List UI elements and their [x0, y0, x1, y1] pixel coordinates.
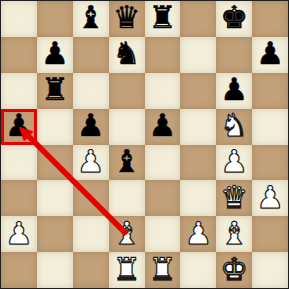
- square-b8[interactable]: [37, 1, 73, 37]
- square-e3[interactable]: [145, 180, 181, 216]
- square-e5[interactable]: ♟: [145, 109, 181, 145]
- square-b3[interactable]: [37, 180, 73, 216]
- square-c3[interactable]: [73, 180, 109, 216]
- square-e8[interactable]: ♜: [145, 1, 181, 37]
- square-g1[interactable]: ♚: [216, 252, 252, 288]
- square-b4[interactable]: [37, 145, 73, 181]
- piece-white-king[interactable]: ♚: [220, 254, 248, 285]
- square-g4[interactable]: ♟: [216, 145, 252, 181]
- square-a6[interactable]: [1, 73, 37, 109]
- square-f5[interactable]: [180, 109, 216, 145]
- chess-board: ♝♛♜♚♟♞♟♜♟♟♟♟♞♟♝♟♛♟♟♝♟♝♜♜♚: [1, 1, 288, 288]
- piece-white-pawn[interactable]: ♟: [256, 182, 284, 213]
- square-h1[interactable]: [252, 252, 288, 288]
- square-a5[interactable]: ♟: [1, 109, 37, 145]
- piece-black-pawn[interactable]: ♟: [220, 74, 248, 105]
- piece-black-pawn[interactable]: ♟: [256, 38, 284, 69]
- square-b2[interactable]: [37, 216, 73, 252]
- square-g5[interactable]: ♞: [216, 109, 252, 145]
- square-c6[interactable]: [73, 73, 109, 109]
- square-g3[interactable]: ♛: [216, 180, 252, 216]
- square-e7[interactable]: [145, 37, 181, 73]
- square-b6[interactable]: ♜: [37, 73, 73, 109]
- square-g8[interactable]: ♚: [216, 1, 252, 37]
- piece-black-queen[interactable]: ♛: [113, 2, 141, 33]
- piece-black-pawn[interactable]: ♟: [77, 110, 105, 141]
- piece-black-bishop[interactable]: ♝: [113, 146, 141, 177]
- square-e4[interactable]: [145, 145, 181, 181]
- square-c5[interactable]: ♟: [73, 109, 109, 145]
- piece-white-pawn[interactable]: ♟: [184, 218, 212, 249]
- square-a1[interactable]: [1, 252, 37, 288]
- square-c8[interactable]: ♝: [73, 1, 109, 37]
- piece-black-bishop[interactable]: ♝: [77, 2, 105, 33]
- square-d8[interactable]: ♛: [109, 1, 145, 37]
- square-h8[interactable]: [252, 1, 288, 37]
- square-c4[interactable]: ♟: [73, 145, 109, 181]
- square-f6[interactable]: [180, 73, 216, 109]
- square-a2[interactable]: ♟: [1, 216, 37, 252]
- square-b1[interactable]: [37, 252, 73, 288]
- piece-black-pawn[interactable]: ♟: [149, 110, 177, 141]
- square-h5[interactable]: [252, 109, 288, 145]
- piece-white-pawn[interactable]: ♟: [5, 218, 33, 249]
- square-h3[interactable]: ♟: [252, 180, 288, 216]
- piece-black-pawn[interactable]: ♟: [41, 38, 69, 69]
- square-f3[interactable]: [180, 180, 216, 216]
- piece-white-bishop[interactable]: ♝: [113, 218, 141, 249]
- piece-white-pawn[interactable]: ♟: [77, 146, 105, 177]
- square-h2[interactable]: [252, 216, 288, 252]
- square-f7[interactable]: [180, 37, 216, 73]
- square-d2[interactable]: ♝: [109, 216, 145, 252]
- square-e1[interactable]: ♜: [145, 252, 181, 288]
- square-f4[interactable]: [180, 145, 216, 181]
- square-g7[interactable]: [216, 37, 252, 73]
- square-d7[interactable]: ♞: [109, 37, 145, 73]
- square-f8[interactable]: [180, 1, 216, 37]
- piece-white-rook[interactable]: ♜: [113, 254, 141, 285]
- square-d1[interactable]: ♜: [109, 252, 145, 288]
- square-c7[interactable]: [73, 37, 109, 73]
- chess-board-frame: ♝♛♜♚♟♞♟♜♟♟♟♟♞♟♝♟♛♟♟♝♟♝♜♜♚: [0, 0, 289, 289]
- square-b5[interactable]: [37, 109, 73, 145]
- square-d6[interactable]: [109, 73, 145, 109]
- piece-black-king[interactable]: ♚: [220, 2, 248, 33]
- square-h4[interactable]: [252, 145, 288, 181]
- square-b7[interactable]: ♟: [37, 37, 73, 73]
- square-a4[interactable]: [1, 145, 37, 181]
- piece-white-bishop[interactable]: ♝: [220, 218, 248, 249]
- piece-black-rook[interactable]: ♜: [41, 74, 69, 105]
- square-a7[interactable]: [1, 37, 37, 73]
- square-a3[interactable]: [1, 180, 37, 216]
- piece-white-pawn[interactable]: ♟: [220, 146, 248, 177]
- square-a8[interactable]: [1, 1, 37, 37]
- square-d4[interactable]: ♝: [109, 145, 145, 181]
- square-f2[interactable]: ♟: [180, 216, 216, 252]
- square-c2[interactable]: [73, 216, 109, 252]
- square-h7[interactable]: ♟: [252, 37, 288, 73]
- square-d5[interactable]: [109, 109, 145, 145]
- piece-black-knight[interactable]: ♞: [113, 38, 141, 69]
- square-e2[interactable]: [145, 216, 181, 252]
- piece-black-pawn[interactable]: ♟: [5, 110, 33, 141]
- square-f1[interactable]: [180, 252, 216, 288]
- square-c1[interactable]: [73, 252, 109, 288]
- square-d3[interactable]: [109, 180, 145, 216]
- piece-black-rook[interactable]: ♜: [149, 2, 177, 33]
- square-g6[interactable]: ♟: [216, 73, 252, 109]
- piece-white-rook[interactable]: ♜: [149, 254, 177, 285]
- piece-white-knight[interactable]: ♞: [220, 110, 248, 141]
- square-e6[interactable]: [145, 73, 181, 109]
- square-g2[interactable]: ♝: [216, 216, 252, 252]
- square-h6[interactable]: [252, 73, 288, 109]
- piece-white-queen[interactable]: ♛: [220, 182, 248, 213]
